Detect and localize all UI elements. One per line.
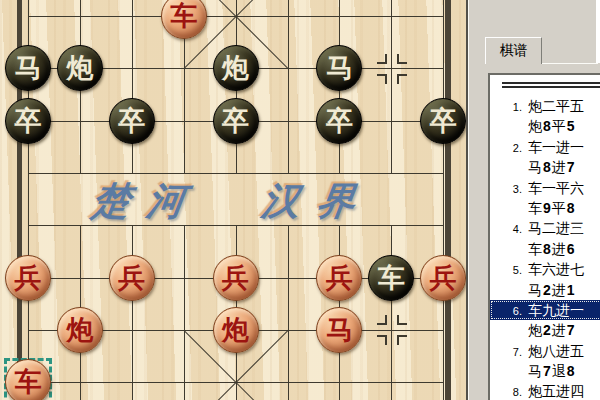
move-row-black[interactable]: 车9平8 [490,198,600,218]
grid-line [391,0,392,173]
piece-red-cannon[interactable]: 炮 [57,307,103,353]
piece-red-chariot[interactable]: 车 [5,359,51,400]
piece-red-soldier[interactable]: 兵 [316,255,362,301]
move-row-black[interactable]: 炮2进7 [490,320,600,340]
move-row-red[interactable]: 6.车九进一 [490,300,600,320]
piece-black-soldier[interactable]: 卒 [5,98,51,144]
position-marker-icon [377,315,407,345]
piece-black-soldier[interactable]: 卒 [213,98,259,144]
piece-black-horse[interactable]: 马 [5,45,51,91]
piece-black-soldier[interactable]: 卒 [109,98,155,144]
river-label-left: 楚河 [88,176,205,227]
move-row-red[interactable]: 4.马二进三 [490,218,600,238]
grid-line [288,225,289,400]
piece-black-cannon[interactable]: 炮 [213,45,259,91]
piece-red-cannon[interactable]: 炮 [213,307,259,353]
move-row-black[interactable]: 炮8平5 [490,116,600,136]
grid-line [28,173,444,174]
piece-red-soldier[interactable]: 兵 [420,255,466,301]
tab-game-record[interactable]: 棋谱 [485,37,542,64]
window-edge-strip [596,0,600,63]
piece-black-soldier[interactable]: 卒 [420,98,466,144]
piece-black-horse[interactable]: 马 [316,45,362,91]
move-row-black[interactable]: 马7退8 [490,361,600,381]
piece-red-soldier[interactable]: 兵 [109,255,155,301]
move-row-red[interactable]: 7.炮八进五 [490,341,600,361]
position-marker-icon [377,54,407,84]
game-record-panel: 棋谱 1.炮二平五炮8平52.车一进一马8进73.车一平六车9平84.马二进三车… [466,0,600,400]
grid-line [391,225,392,400]
grid-line [443,0,444,400]
board-outer-border-right [445,0,451,400]
piece-red-soldier[interactable]: 兵 [5,255,51,301]
grid-line [288,0,289,173]
move-list-items: 1.炮二平五炮8平52.车一进一马8进73.车一平六车9平84.马二进三车8进6… [490,96,600,400]
grid-line [184,225,185,400]
move-row-red[interactable]: 5.车六进七 [490,259,600,279]
move-row-red[interactable]: 1.炮二平五 [490,96,600,116]
game-start-separator [502,82,600,88]
piece-black-cannon[interactable]: 炮 [57,45,103,91]
river-label-right: 汉界 [258,176,375,227]
piece-red-horse[interactable]: 马 [316,307,362,353]
piece-black-chariot[interactable]: 车 [368,255,414,301]
piece-black-soldier[interactable]: 卒 [316,98,362,144]
tab-label: 棋谱 [500,42,528,60]
piece-red-soldier[interactable]: 兵 [213,255,259,301]
move-row-red[interactable]: 3.车一平六 [490,178,600,198]
piece-red-chariot[interactable]: 车 [161,0,207,39]
grid-line [132,0,133,173]
move-row-black[interactable]: 马8进7 [490,157,600,177]
tab-pane-edge [542,63,598,64]
grid-line [132,225,133,400]
move-row-black[interactable]: 马2进1 [490,280,600,300]
move-list[interactable]: 1.炮二平五炮8平52.车一进一马8进73.车一平六车9平84.马二进三车8进6… [488,73,600,400]
move-row-red[interactable]: 2.车一进一 [490,137,600,157]
xiangqi-board[interactable]: 楚河 汉界 马炮炮马卒卒卒卒卒车车兵兵兵兵兵炮炮马车 [0,0,466,400]
move-row-black[interactable]: 车8进6 [490,239,600,259]
move-row-red[interactable]: 8.炮五进四 [490,381,600,400]
xiangqi-app-window: 楚河 汉界 马炮炮马卒卒卒卒卒车车兵兵兵兵兵炮炮马车 棋谱 1.炮二平五炮8平5… [0,0,600,400]
